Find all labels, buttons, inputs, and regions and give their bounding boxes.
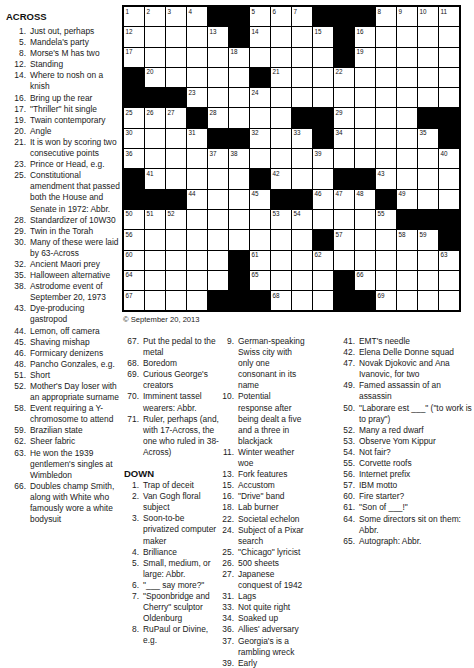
clue-down-49: 49.Famed assassin of an assassin (340, 380, 473, 402)
grid-cell-r14c14[interactable] (397, 271, 417, 290)
clue-text: German-speaking Swiss city with only one… (238, 336, 305, 391)
clue-text: Standardizer of 10W30 (30, 215, 121, 226)
grid-cell-r3c1[interactable]: 17 (124, 48, 144, 67)
grid-cell-r12c12[interactable] (355, 230, 375, 249)
grid-cell-black (124, 68, 144, 87)
clue-number: 63. (6, 448, 26, 459)
clue-text: Lags (238, 591, 305, 602)
grid-cell-r8c14[interactable] (397, 149, 417, 168)
grid-cell-black (229, 291, 249, 310)
grid-cell-r6c7[interactable] (250, 108, 270, 127)
cell-number: 69 (378, 292, 385, 299)
grid-cell-r13c12[interactable] (355, 251, 375, 270)
clue-number: 46. (6, 348, 26, 359)
grid-cell-r3c16[interactable] (439, 48, 459, 67)
grid-cell-r10c14[interactable]: 49 (397, 190, 417, 209)
cell-number: 7 (294, 8, 298, 15)
grid-cell-r3c8[interactable] (271, 48, 291, 67)
grid-cell-r12c3[interactable] (166, 230, 186, 249)
grid-cell-r9c10[interactable] (313, 169, 333, 188)
grid-cell-r4c6[interactable] (229, 68, 249, 87)
grid-cell-r12c15[interactable]: 59 (418, 230, 438, 249)
clue-column-c: 41.EMT's needle42.Elena Delle Donne squa… (340, 336, 473, 547)
grid-cell-r15c16[interactable] (439, 291, 459, 310)
grid-cell-r15c1[interactable]: 67 (124, 291, 144, 310)
clue-down-55: 55.Corvette roofs (340, 458, 473, 469)
clue-number: 19. (6, 115, 26, 126)
clue-across-8: 8.Morse's M has two (6, 48, 121, 59)
clue-text: Imminent tassel wearers: Abbr. (143, 391, 219, 413)
clue-number: 55. (340, 458, 355, 469)
grid-cell-r2c7[interactable]: 14 (250, 27, 270, 46)
grid-cell-r13c10[interactable]: 62 (313, 251, 333, 270)
clue-text: Doubles champ Smith, along with White wh… (30, 481, 121, 525)
clue-across-51: 51.Short (6, 370, 121, 381)
grid-cell-r11c8[interactable]: 53 (271, 210, 291, 229)
grid-cell-r3c12[interactable]: 19 (355, 48, 375, 67)
grid-cell-r3c3[interactable] (166, 48, 186, 67)
grid-cell-black (250, 68, 270, 87)
across-clues-column: ACROSS 1.Just out, perhaps5.Mandela's pa… (6, 6, 121, 525)
clue-text: Internet prefix (359, 469, 473, 480)
grid-cell-r8c4[interactable] (187, 149, 207, 168)
grid-cell-r15c2[interactable] (145, 291, 165, 310)
grid-cell-r5c10[interactable] (313, 88, 333, 107)
grid-cell-r5c15[interactable] (418, 88, 438, 107)
cell-number: 13 (210, 28, 217, 35)
grid-cell-black (166, 88, 186, 107)
grid-cell-r14c16[interactable] (439, 271, 459, 290)
grid-cell-r2c12[interactable]: 16 (355, 27, 375, 46)
grid-cell-r8c5[interactable]: 37 (208, 149, 228, 168)
grid-cell-r4c15[interactable] (418, 68, 438, 87)
grid-cell-r3c14[interactable] (397, 48, 417, 67)
cell-number: 57 (336, 231, 343, 238)
grid-cell-r15c13[interactable]: 69 (376, 291, 396, 310)
grid-cell-r14c8[interactable] (271, 271, 291, 290)
cell-number: 30 (126, 129, 133, 136)
grid-cell-r13c8[interactable] (271, 251, 291, 270)
grid-cell-r6c6[interactable] (229, 108, 249, 127)
grid-cell-r11c3[interactable]: 52 (166, 210, 186, 229)
grid-cell-r7c11[interactable]: 34 (334, 129, 354, 148)
grid-cell-r13c7[interactable]: 61 (250, 251, 270, 270)
grid-cell-r11c12[interactable] (355, 210, 375, 229)
cell-number: 62 (315, 251, 322, 258)
grid-cell-r5c7[interactable]: 24 (250, 88, 270, 107)
grid-cell-r11c10[interactable] (313, 210, 333, 229)
grid-cell-r8c15[interactable] (418, 149, 438, 168)
grid-cell-r13c11[interactable] (334, 251, 354, 270)
down-clue-list-c: 41.EMT's needle42.Elena Delle Donne squa… (340, 336, 473, 547)
grid-cell-black (229, 271, 249, 290)
clue-number: 31. (219, 591, 234, 602)
clue-across-19: 19.Twain contemporary (6, 115, 121, 126)
grid-cell-r7c2[interactable] (145, 129, 165, 148)
grid-cell-r6c3[interactable]: 27 (166, 108, 186, 127)
grid-cell-r7c9[interactable]: 33 (292, 129, 312, 148)
grid-cell-r10c11[interactable]: 47 (334, 190, 354, 209)
clue-down-37: 37.Georgia's is a rambling wreck (219, 636, 305, 658)
grid-cell-r8c1[interactable]: 36 (124, 149, 144, 168)
grid-cell-r12c1[interactable]: 56 (124, 230, 144, 249)
grid-cell-r2c3[interactable] (166, 27, 186, 46)
grid-cell-r10c7[interactable]: 45 (250, 190, 270, 209)
grid-cell-r11c2[interactable]: 51 (145, 210, 165, 229)
cell-number: 8 (378, 8, 382, 15)
grid-cell-r9c3[interactable] (166, 169, 186, 188)
grid-cell-r11c13[interactable]: 55 (376, 210, 396, 229)
clue-across-58: 58.Event requiring a Y-chromosome to att… (6, 403, 121, 425)
clue-down-18: 18.Lab burner (219, 502, 305, 513)
cell-number: 61 (252, 251, 259, 258)
grid-cell-r13c1[interactable]: 60 (124, 251, 144, 270)
grid-cell-r2c9[interactable] (292, 27, 312, 46)
grid-cell-r13c5[interactable] (208, 251, 228, 270)
clue-down-42: 42.Elena Delle Donne squad (340, 347, 473, 358)
grid-cell-r2c4[interactable] (187, 27, 207, 46)
grid-cell-r12c9[interactable] (292, 230, 312, 249)
grid-cell-black (334, 271, 354, 290)
grid-cell-r12c5[interactable] (208, 230, 228, 249)
clue-down-22: 22.Societal echelon (219, 514, 305, 525)
grid-cell-r5c6[interactable] (229, 88, 249, 107)
cell-number: 18 (231, 48, 238, 55)
clue-text: Just out, perhaps (30, 26, 121, 37)
cell-number: 5 (252, 8, 256, 15)
grid-cell-r2c5[interactable]: 13 (208, 27, 228, 46)
grid-cell-r5c16[interactable] (439, 88, 459, 107)
clue-down-24: 24.Subject of a Pixar search (219, 525, 305, 547)
cell-number: 49 (399, 190, 406, 197)
clue-text: Many a red dwarf (359, 425, 473, 436)
grid-cell-black (208, 129, 228, 148)
grid-cell-r3c10[interactable] (313, 48, 333, 67)
grid-cell-r8c2[interactable] (145, 149, 165, 168)
grid-cell-r6c12[interactable] (355, 108, 375, 127)
grid-cell-r9c5[interactable] (208, 169, 228, 188)
clue-number: 69. (124, 369, 139, 380)
grid-cell-r2c10[interactable]: 15 (313, 27, 333, 46)
clue-across-67: 67.Put the pedal to the metal (124, 336, 219, 358)
grid-cell-r7c4[interactable]: 31 (187, 129, 207, 148)
grid-cell-r11c4[interactable] (187, 210, 207, 229)
grid-cell-r14c15[interactable] (418, 271, 438, 290)
grid-cell-r10c10[interactable]: 46 (313, 190, 333, 209)
grid-cell-r7c14[interactable] (397, 129, 417, 148)
grid-cell-r13c15[interactable] (418, 251, 438, 270)
grid-cell-r8c3[interactable] (166, 149, 186, 168)
clue-text: Astrodome event of September 20, 1973 (30, 281, 121, 303)
clue-number: 54. (340, 447, 355, 458)
grid-cell-r3c6[interactable]: 18 (229, 48, 249, 67)
grid-cell-r13c3[interactable] (166, 251, 186, 270)
grid-cell-r10c16[interactable] (439, 190, 459, 209)
clue-text: Prince or Head, e.g. (30, 159, 121, 170)
clue-number: 21. (6, 137, 26, 148)
grid-cell-r1c3[interactable]: 3 (166, 7, 186, 26)
grid-cell-r7c7[interactable]: 32 (250, 129, 270, 148)
grid-cell-r4c2[interactable]: 20 (145, 68, 165, 87)
grid-cell-r9c2[interactable]: 41 (145, 169, 165, 188)
grid-cell-r3c5[interactable] (208, 48, 228, 67)
clue-text: Formicary denizens (30, 348, 121, 359)
grid-cell-r8c11[interactable] (334, 149, 354, 168)
grid-cell-r10c4[interactable]: 44 (187, 190, 207, 209)
grid-cell-r4c10[interactable] (313, 68, 333, 87)
grid-cell-r9c4[interactable] (187, 169, 207, 188)
clue-text: "Laborare est ___" ("to work is to pray"… (359, 403, 473, 425)
grid-cell-r9c8[interactable]: 42 (271, 169, 291, 188)
clue-number: 26. (219, 558, 234, 569)
grid-cell-r9c15[interactable] (418, 169, 438, 188)
grid-cell-r14c4[interactable] (187, 271, 207, 290)
grid-cell-r5c11[interactable] (334, 88, 354, 107)
grid-cell-r11c1[interactable]: 50 (124, 210, 144, 229)
clue-across-12: 12.Standing (6, 59, 121, 70)
clue-number: 64. (340, 514, 355, 525)
grid-cell-r4c12[interactable] (355, 68, 375, 87)
grid-cell-r6c5[interactable]: 28 (208, 108, 228, 127)
grid-cell-r13c4[interactable] (187, 251, 207, 270)
grid-cell-r13c9[interactable] (292, 251, 312, 270)
clue-text: Mother's Day loser with an appropriate s… (30, 381, 121, 403)
cell-number: 6 (273, 8, 277, 15)
grid-cell-r4c4[interactable] (187, 68, 207, 87)
grid-cell-r4c5[interactable] (208, 68, 228, 87)
grid-cell-r8c9[interactable] (292, 149, 312, 168)
grid-cell-r14c12[interactable]: 66 (355, 271, 375, 290)
grid-cell-r6c14[interactable] (397, 108, 417, 127)
grid-cell-r1c4[interactable]: 4 (187, 7, 207, 26)
grid-cell-r14c7[interactable]: 65 (250, 271, 270, 290)
grid-cell-r5c8[interactable] (271, 88, 291, 107)
grid-cell-r4c11[interactable]: 22 (334, 68, 354, 87)
grid-cell-r8c7[interactable] (250, 149, 270, 168)
grid-cell-r14c1[interactable]: 64 (124, 271, 144, 290)
clue-across-1: 1.Just out, perhaps (6, 26, 121, 37)
grid-cell-r5c14[interactable] (397, 88, 417, 107)
grid-cell-r4c8[interactable]: 21 (271, 68, 291, 87)
cell-number: 28 (210, 109, 217, 116)
clue-number: 22. (219, 514, 234, 525)
clue-number: 6. (124, 580, 139, 591)
grid-cell-r2c16[interactable] (439, 27, 459, 46)
grid-cell-r15c10[interactable] (313, 291, 333, 310)
grid-cell-r14c3[interactable] (166, 271, 186, 290)
clue-down-60: 60.Fire starter? (340, 491, 473, 502)
grid-cell-r2c13[interactable] (376, 27, 396, 46)
grid-cell-r8c8[interactable] (271, 149, 291, 168)
down-clue-list-a: 1.Trap of deceit2.Van Gogh floral subjec… (124, 480, 219, 646)
grid-cell-r15c9[interactable] (292, 291, 312, 310)
grid-cell-r5c9[interactable] (292, 88, 312, 107)
grid-cell-r5c4[interactable]: 23 (187, 88, 207, 107)
grid-cell-r15c14[interactable] (397, 291, 417, 310)
clue-across-35: 35.Halloween alternative (6, 270, 121, 281)
grid-cell-r6c13[interactable] (376, 108, 396, 127)
grid-cell-r1c16[interactable]: 11 (439, 7, 459, 26)
grid-cell-r10c6[interactable] (229, 190, 249, 209)
grid-cell-r2c2[interactable] (145, 27, 165, 46)
clue-number: 5. (6, 37, 26, 48)
grid-cell-r11c6[interactable] (229, 210, 249, 229)
grid-cell-r1c15[interactable]: 10 (418, 7, 438, 26)
grid-cell-r3c2[interactable] (145, 48, 165, 67)
grid-cell-r1c14[interactable]: 9 (397, 7, 417, 26)
grid-cell-r7c12[interactable] (355, 129, 375, 148)
clue-across-66: 66.Doubles champ Smith, along with White… (6, 481, 121, 525)
grid-cell-black (334, 27, 354, 46)
grid-cell-black (208, 7, 228, 26)
grid-cell-black (439, 230, 459, 249)
clue-across-48: 48.Pancho Gonzales, e.g. (6, 359, 121, 370)
cell-number: 25 (126, 109, 133, 116)
clue-across-32: 32.Ancient Maori prey (6, 259, 121, 270)
grid-cell-r13c16[interactable]: 63 (439, 251, 459, 270)
grid-cell-r13c2[interactable] (145, 251, 165, 270)
clue-column-b: 9.German-speaking Swiss city with only o… (219, 336, 305, 668)
grid-cell-r14c13[interactable] (376, 271, 396, 290)
grid-cell-r5c12[interactable] (355, 88, 375, 107)
clue-number: 10. (219, 391, 234, 402)
clue-text: 500 sheets (238, 558, 305, 569)
grid-cell-r7c15[interactable]: 35 (418, 129, 438, 148)
grid-cell-r11c9[interactable]: 54 (292, 210, 312, 229)
clue-number: 49. (340, 380, 355, 391)
grid-cell-black (229, 129, 249, 148)
grid-cell-r15c8[interactable]: 68 (271, 291, 291, 310)
grid-cell-r1c9[interactable]: 7 (292, 7, 312, 26)
clue-number: 61. (340, 502, 355, 513)
clue-text: Autograph: Abbr. (359, 536, 473, 547)
grid-cell-r6c11[interactable]: 29 (334, 108, 354, 127)
clue-text: Many of these were laid by 63-Across (30, 237, 121, 259)
grid-cell-r1c13[interactable]: 8 (376, 7, 396, 26)
clue-across-52: 52.Mother's Day loser with an appropriat… (6, 381, 121, 403)
grid-cell-r2c1[interactable]: 12 (124, 27, 144, 46)
across-header: ACROSS (6, 11, 47, 22)
clue-text: EMT's needle (359, 336, 473, 347)
grid-cell-r15c4[interactable] (187, 291, 207, 310)
clue-number: 9. (219, 336, 234, 347)
grid-cell-r14c9[interactable] (292, 271, 312, 290)
grid-cell-r7c3[interactable] (166, 129, 186, 148)
grid-cell-r12c7[interactable] (250, 230, 270, 249)
clue-number: 68. (124, 358, 139, 369)
grid-cell-r9c13[interactable]: 43 (376, 169, 396, 188)
grid-cell-r9c16[interactable] (439, 169, 459, 188)
clue-number: 44. (6, 326, 26, 337)
grid-cell-r3c15[interactable] (418, 48, 438, 67)
grid-cell-r8c13[interactable] (376, 149, 396, 168)
grid-cell-r10c5[interactable] (208, 190, 228, 209)
grid-cell-r4c16[interactable] (439, 68, 459, 87)
grid-cell-r6c2[interactable]: 26 (145, 108, 165, 127)
grid-cell-r5c5[interactable] (208, 88, 228, 107)
grid-cell-r12c11[interactable]: 57 (334, 230, 354, 249)
grid-cell-r11c5[interactable] (208, 210, 228, 229)
grid-cell-black (355, 169, 375, 188)
clue-number: 25. (6, 170, 26, 181)
grid-cell-r3c13[interactable] (376, 48, 396, 67)
clue-down-15: 15.Accustom (219, 480, 305, 491)
grid-cell-r5c13[interactable] (376, 88, 396, 107)
grid-cell-r8c10[interactable]: 39 (313, 149, 333, 168)
grid-cell-r7c8[interactable] (271, 129, 291, 148)
grid-cell-r1c8[interactable]: 6 (271, 7, 291, 26)
grid-cell-r1c2[interactable]: 2 (145, 7, 165, 26)
clue-text: Some directors sit on them: Abbr. (359, 514, 473, 536)
grid-cell-r2c8[interactable] (271, 27, 291, 46)
grid-cell-r12c2[interactable] (145, 230, 165, 249)
grid-cell-r8c12[interactable] (355, 149, 375, 168)
grid-cell-r10c12[interactable]: 48 (355, 190, 375, 209)
grid-cell-r6c8[interactable] (271, 108, 291, 127)
grid-cell-r1c7[interactable]: 5 (250, 7, 270, 26)
grid-cell-r7c1[interactable]: 30 (124, 129, 144, 148)
grid-cell-r14c10[interactable] (313, 271, 333, 290)
grid-cell-r13c14[interactable] (397, 251, 417, 270)
cell-number: 24 (252, 89, 259, 96)
clue-text: Lemon, off camera (30, 326, 121, 337)
clue-down-9: 9.German-speaking Swiss city with only o… (219, 336, 305, 391)
grid-cell-r14c2[interactable] (145, 271, 165, 290)
grid-cell-r3c4[interactable] (187, 48, 207, 67)
clue-number: 66. (6, 481, 26, 492)
grid-cell-r12c6[interactable] (229, 230, 249, 249)
grid-cell-r9c9[interactable] (292, 169, 312, 188)
grid-cell-r4c13[interactable] (376, 68, 396, 87)
grid-cell-r2c14[interactable] (397, 27, 417, 46)
grid-cell-r13c13[interactable] (376, 251, 396, 270)
grid-cell-r12c8[interactable] (271, 230, 291, 249)
clue-number: 16. (219, 491, 234, 502)
grid-cell-r12c13[interactable] (376, 230, 396, 249)
grid-cell-r12c14[interactable]: 58 (397, 230, 417, 249)
grid-cell-r2c15[interactable] (418, 27, 438, 46)
clue-down-6: 6."___ say more?" (124, 580, 219, 591)
grid-cell-r8c16[interactable]: 40 (439, 149, 459, 168)
grid-cell-r14c5[interactable] (208, 271, 228, 290)
grid-cell-r6c1[interactable]: 25 (124, 108, 144, 127)
grid-cell-r8c6[interactable]: 38 (229, 149, 249, 168)
grid-cell-r9c6[interactable] (229, 169, 249, 188)
clue-number: 67. (124, 336, 139, 347)
clue-text: Twain contemporary (30, 115, 121, 126)
grid-cell-r9c14[interactable] (397, 169, 417, 188)
grid-cell-r15c15[interactable] (418, 291, 438, 310)
clue-number: 8. (6, 48, 26, 59)
clue-text: "___ say more?" (143, 580, 219, 591)
cell-number: 19 (357, 48, 364, 55)
grid-cell-r11c7[interactable] (250, 210, 270, 229)
grid-cell-r3c7[interactable] (250, 48, 270, 67)
grid-cell-r4c9[interactable] (292, 68, 312, 87)
clue-down-54: 54.Not fair? (340, 447, 473, 458)
clue-across-17: 17."Thriller" hit single (6, 104, 121, 115)
grid-cell-r12c4[interactable] (187, 230, 207, 249)
grid-cell-r10c15[interactable] (418, 190, 438, 209)
grid-cell-r4c3[interactable] (166, 68, 186, 87)
grid-cell-r7c13[interactable] (376, 129, 396, 148)
grid-cell-r11c11[interactable] (334, 210, 354, 229)
grid-cell-r4c14[interactable] (397, 68, 417, 87)
grid-cell-r1c1[interactable]: 1 (124, 7, 144, 26)
grid-cell-r3c9[interactable] (292, 48, 312, 67)
grid-cell-r15c3[interactable] (166, 291, 186, 310)
clue-across-14: 14.Where to nosh on a knish (6, 70, 121, 92)
